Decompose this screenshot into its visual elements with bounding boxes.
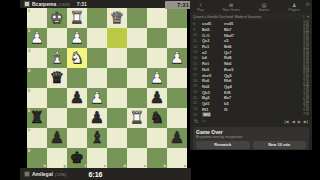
black-move[interactable]: exd5 — [224, 21, 246, 26]
nav-next-icon[interactable]: ▶ — [298, 119, 301, 124]
move-number: 11. — [193, 39, 202, 43]
nav-prev-icon[interactable]: ◀ — [292, 119, 295, 124]
nav-last-icon[interactable]: ▶| — [304, 119, 308, 124]
square-f4[interactable] — [67, 68, 87, 88]
square-f8[interactable]: f♚ — [67, 148, 87, 168]
square-b7[interactable] — [147, 128, 167, 148]
square-h8[interactable]: 8h — [27, 148, 47, 168]
black-move[interactable]: b5 — [224, 101, 246, 106]
black-knight-piece: ♞ — [147, 108, 167, 128]
white-move[interactable]: Qd1 — [202, 101, 224, 106]
move-number: 24. — [193, 113, 202, 117]
move-number: 18. — [193, 79, 202, 83]
square-a3[interactable]: ♟ — [167, 48, 187, 68]
square-c5[interactable] — [127, 88, 147, 108]
black-move[interactable]: Kf8 — [224, 90, 246, 95]
square-e5[interactable]: ♟ — [87, 88, 107, 108]
move-number: 17. — [193, 73, 202, 77]
avatar[interactable] — [24, 1, 30, 7]
move-number: 21. — [193, 96, 202, 100]
white-move[interactable]: O-O — [202, 33, 224, 38]
game-over-subtitle: Bcarpema won by resignation — [196, 135, 306, 140]
black-pawn-piece: ♟ — [67, 88, 87, 108]
top-player-clock: 7:31 — [77, 1, 87, 7]
collapse-icon[interactable]: ▾ — [307, 14, 309, 19]
tab-label: New Game — [222, 8, 240, 12]
square-c2[interactable] — [127, 28, 147, 48]
square-h6[interactable]: 6♜ — [27, 108, 47, 128]
square-b6[interactable]: ♞ — [147, 108, 167, 128]
square-g2[interactable] — [47, 28, 67, 48]
square-d5[interactable] — [107, 88, 127, 108]
black-move[interactable]: Nb6 — [224, 61, 246, 66]
new-game-button[interactable]: New 10 min — [253, 141, 307, 149]
square-a6[interactable] — [167, 108, 187, 128]
square-d8[interactable]: d — [107, 148, 127, 168]
white-pawn-piece: ♟ — [147, 68, 167, 88]
black-queen-piece: ♛ — [47, 68, 67, 88]
square-b2[interactable] — [147, 28, 167, 48]
move-times: 7:31 — [303, 113, 309, 116]
white-knight-piece: ♞ — [67, 48, 87, 68]
square-g6[interactable] — [47, 108, 67, 128]
avatar[interactable] — [24, 171, 30, 177]
move-times: 7:356:16 — [303, 106, 309, 112]
black-pawn-piece: ♟ — [167, 128, 187, 148]
white-move[interactable]: Rf1 — [202, 107, 224, 112]
move-number: 23. — [193, 107, 202, 111]
square-f1[interactable]: ♜ — [67, 8, 87, 28]
black-move[interactable]: Bb7 — [224, 27, 246, 32]
black-pawn-piece: ♟ — [147, 88, 167, 108]
white-clock-chip: 7:31 — [165, 1, 191, 9]
move-number: 19. — [193, 84, 202, 88]
square-e8[interactable]: e — [87, 148, 107, 168]
square-c6[interactable]: ♜ — [127, 108, 147, 128]
square-f2[interactable]: ♟ — [67, 28, 87, 48]
square-c7[interactable] — [127, 128, 147, 148]
square-f3[interactable]: ♞ — [67, 48, 87, 68]
square-f5[interactable]: ♟ — [67, 88, 87, 108]
white-rook-piece: ♜ — [127, 108, 147, 128]
square-e7[interactable]: ♝ — [87, 128, 107, 148]
tab-label: Games — [258, 8, 269, 12]
white-move[interactable]: a3 — [202, 50, 224, 55]
rematch-button[interactable]: Rematch — [196, 141, 250, 149]
white-pawn-piece: ♟ — [167, 48, 187, 68]
white-queen-piece: ♛ — [107, 8, 127, 28]
draw-offer-icon[interactable]: ½ — [194, 119, 198, 124]
white-bishop-piece: ♝ — [47, 48, 67, 68]
white-move[interactable]: Qb3 — [202, 90, 224, 95]
square-h1[interactable]: 1 — [27, 8, 47, 28]
square-d1[interactable]: ♛ — [107, 8, 127, 28]
list-icon[interactable]: ≡ — [303, 14, 305, 19]
white-move[interactable]: cxd5 — [202, 21, 224, 26]
square-h4[interactable]: 4 — [27, 68, 47, 88]
side-panel: ⚡Play⊞New Game▤Games♟Players ⚙ Queen's G… — [190, 0, 312, 150]
top-player-name[interactable]: Bcarpema — [32, 1, 56, 7]
square-h3[interactable]: 3 — [27, 48, 47, 68]
black-pawn-piece: ♟ — [87, 108, 107, 128]
square-g7[interactable]: ♟ — [47, 128, 67, 148]
square-b5[interactable]: ♟ — [147, 88, 167, 108]
square-d3[interactable] — [107, 48, 127, 68]
resign-flag-icon[interactable]: ⚐ — [202, 119, 206, 124]
black-move[interactable]: Nbd7 — [224, 33, 246, 38]
black-pawn-piece: ♟ — [47, 128, 67, 148]
square-e2[interactable] — [87, 28, 107, 48]
bottom-player-bar: Amilegal (1296) 6:16 — [20, 168, 191, 180]
white-move[interactable]: dxe5 — [202, 73, 224, 78]
black-bishop-piece: ♝ — [87, 128, 107, 148]
rank-label: 7 — [28, 128, 30, 133]
move-number: 16. — [193, 67, 202, 71]
square-a7[interactable]: ♟ — [167, 128, 187, 148]
rank-label: 8 — [28, 148, 30, 153]
square-h7[interactable]: 7 — [27, 128, 47, 148]
tab-new-game[interactable]: ⊞New Game — [222, 2, 240, 12]
square-a4[interactable] — [167, 68, 187, 88]
black-move[interactable]: Bd6 — [224, 44, 246, 49]
nav-first-icon[interactable]: |◀ — [284, 119, 288, 124]
square-h5[interactable]: 5 — [27, 88, 47, 108]
square-b3[interactable] — [147, 48, 167, 68]
bottom-player-clock: 6:16 — [88, 171, 102, 178]
black-move[interactable]: Rd8 — [224, 55, 246, 60]
square-c4[interactable] — [127, 68, 147, 88]
white-move[interactable]: Rc6 — [202, 78, 224, 83]
move-number: 13. — [193, 50, 202, 54]
square-f6[interactable] — [67, 108, 87, 128]
rank-label: 3 — [28, 48, 30, 53]
game-column: Bcarpema (1343) 7:31 1♚♜♛2♟♟3♝♞♟4♛♟5♟♟♟6… — [20, 0, 191, 180]
square-c3[interactable] — [127, 48, 147, 68]
square-d4[interactable] — [107, 68, 127, 88]
square-d7[interactable] — [107, 128, 127, 148]
square-f7[interactable] — [67, 128, 87, 148]
rank-label: 5 — [28, 88, 30, 93]
white-pawn-piece: ♟ — [67, 28, 87, 48]
panel-tabs: ⚡Play⊞New Game▤Games♟Players — [190, 0, 312, 13]
white-move[interactable]: Rc1 — [202, 44, 224, 49]
white-pawn-piece: ♟ — [27, 28, 47, 48]
square-g1[interactable]: ♚ — [47, 8, 67, 28]
square-g4[interactable]: ♛ — [47, 68, 67, 88]
white-move[interactable]: Nf3 — [202, 112, 224, 117]
opening-name: Queen's Gambit Declined: Modern Variatio… — [193, 15, 301, 19]
black-move[interactable]: Bxe5 — [224, 67, 246, 72]
square-c1[interactable] — [127, 8, 147, 28]
square-g8[interactable]: g — [47, 148, 67, 168]
black-move[interactable]: Rh6 — [224, 78, 246, 83]
move-number: 14. — [193, 56, 202, 60]
square-e3[interactable] — [87, 48, 107, 68]
square-a2[interactable] — [167, 28, 187, 48]
move-number: 12. — [193, 45, 202, 49]
white-rook-piece: ♜ — [67, 8, 87, 28]
bottom-player-name[interactable]: Amilegal — [32, 171, 53, 177]
black-move[interactable]: Be7 — [224, 95, 246, 100]
square-c8[interactable]: c — [127, 148, 147, 168]
game-over-card: Game Over Bcarpema won by resignation Re… — [193, 127, 309, 150]
black-move[interactable]: Qg5 — [224, 73, 246, 78]
square-d2[interactable] — [107, 28, 127, 48]
tab-label: Players — [288, 8, 300, 12]
white-pawn-piece: ♟ — [87, 88, 107, 108]
tab-label: Play — [197, 8, 204, 12]
move-number: 15. — [193, 62, 202, 66]
white-move[interactable]: Nd2 — [202, 84, 224, 89]
tab-players[interactable]: ♟Players — [288, 2, 300, 12]
white-move[interactable]: Re1 — [202, 61, 224, 66]
move-list: 8.cxd5exd59:529:409.Bd3Bb79:479:3110.O-O… — [190, 20, 312, 118]
square-a8[interactable]: a — [167, 148, 187, 168]
square-g5[interactable] — [47, 88, 67, 108]
move-controls: ½ ⚐ |◀ ◀ ▶ ▶| — [190, 118, 312, 126]
square-d6[interactable] — [107, 108, 127, 128]
square-e6[interactable]: ♟ — [87, 108, 107, 128]
square-e4[interactable] — [87, 68, 107, 88]
black-move[interactable]: Qg4 — [224, 84, 246, 89]
black-move[interactable]: c5 — [224, 38, 246, 43]
tab-games[interactable]: ▤Games — [258, 2, 269, 12]
square-b4[interactable]: ♟ — [147, 68, 167, 88]
rank-label: 1 — [28, 8, 30, 13]
white-move[interactable]: Qc2 — [202, 38, 224, 43]
move-number: 20. — [193, 90, 202, 94]
bottom-player-rating: (1296) — [55, 172, 67, 177]
square-b8[interactable]: b — [147, 148, 167, 168]
move-number: 22. — [193, 101, 202, 105]
square-a5[interactable] — [167, 88, 187, 108]
move-number: 10. — [193, 33, 202, 37]
top-player-rating: (1343) — [58, 2, 70, 7]
move-number: 8. — [193, 22, 202, 26]
white-move[interactable]: Bg3 — [202, 95, 224, 100]
chess-board: 1♚♜♛2♟♟3♝♞♟4♛♟5♟♟♟6♜♟♜♞7♟♝♟8hgf♚edcba — [27, 8, 187, 168]
black-rook-piece: ♜ — [27, 108, 47, 128]
square-g3[interactable]: ♝ — [47, 48, 67, 68]
black-move[interactable]: Qe7 — [224, 50, 246, 55]
gear-icon[interactable]: ⚙ — [306, 1, 310, 7]
opening-row[interactable]: Queen's Gambit Declined: Modern Variatio… — [190, 13, 312, 20]
square-b1[interactable] — [147, 8, 167, 28]
rank-label: 4 — [28, 68, 30, 73]
white-king-piece: ♚ — [47, 8, 67, 28]
square-e1[interactable] — [87, 8, 107, 28]
black-king-piece: ♚ — [67, 148, 87, 168]
tab-play[interactable]: ⚡Play — [197, 2, 204, 12]
white-move[interactable]: Bd3 — [202, 27, 224, 32]
white-move[interactable]: Ne5 — [202, 67, 224, 72]
move-number: 9. — [193, 28, 202, 32]
square-a1[interactable] — [167, 8, 187, 28]
black-move[interactable]: f5 — [224, 107, 246, 112]
square-h2[interactable]: 2♟ — [27, 28, 47, 48]
white-move[interactable]: b4 — [202, 55, 224, 60]
